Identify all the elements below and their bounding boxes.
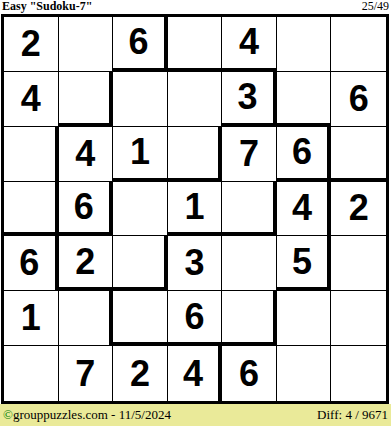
cell-r5c2[interactable]: 2 [59,236,114,291]
cell-r4c1[interactable] [4,182,59,237]
cell-r1c5[interactable]: 4 [222,17,277,72]
cell-r2c5[interactable]: 3 [222,72,277,127]
cell-r7c2[interactable]: 7 [59,346,114,401]
cell-r5c4[interactable]: 3 [168,236,223,291]
cell-r7c6[interactable] [277,346,332,401]
cell-r1c7[interactable] [331,17,386,72]
cell-r3c6[interactable]: 6 [277,127,332,182]
cell-r6c4[interactable]: 6 [168,291,223,346]
cell-r7c4[interactable]: 4 [168,346,223,401]
cell-r7c1[interactable] [4,346,59,401]
cell-r3c4[interactable] [168,127,223,182]
cell-r3c7[interactable] [331,127,386,182]
cell-r6c1[interactable]: 1 [4,291,59,346]
copyright-icon: © [3,407,13,422]
puzzle-counter: 25/49 [362,0,389,13]
cell-r1c1[interactable]: 2 [4,17,59,72]
cell-r4c3[interactable] [113,182,168,237]
cell-r3c3[interactable]: 1 [113,127,168,182]
cell-r4c5[interactable] [222,182,277,237]
cell-r6c3[interactable] [113,291,168,346]
cell-r4c7[interactable]: 2 [331,182,386,237]
puzzle-title: Easy "Sudoku-7" [2,0,92,13]
difficulty-label: Diff: 4 / 9671 [317,407,388,423]
cell-r2c6[interactable] [277,72,332,127]
cell-r6c2[interactable] [59,291,114,346]
cell-r3c5[interactable]: 7 [222,127,277,182]
cell-r1c2[interactable] [59,17,114,72]
cell-r5c1[interactable]: 6 [4,236,59,291]
cell-r5c3[interactable] [113,236,168,291]
footer: ©grouppuzzles.com - 11/5/2024 Diff: 4 / … [0,404,391,426]
cell-r3c1[interactable] [4,127,59,182]
cell-r6c5[interactable] [222,291,277,346]
cell-r7c7[interactable] [331,346,386,401]
sudoku-grid[interactable]: 264436417661426235167246 [1,14,389,404]
copyright-text: ©grouppuzzles.com - 11/5/2024 [3,407,171,423]
cell-r4c2[interactable]: 6 [59,182,114,237]
cell-r5c7[interactable] [331,236,386,291]
cell-r2c1[interactable]: 4 [4,72,59,127]
cell-r2c2[interactable] [59,72,114,127]
cell-r2c3[interactable] [113,72,168,127]
cell-r2c7[interactable]: 6 [331,72,386,127]
cell-r7c5[interactable]: 6 [222,346,277,401]
cell-r1c6[interactable] [277,17,332,72]
cell-r2c4[interactable] [168,72,223,127]
cell-r4c4[interactable]: 1 [168,182,223,237]
cell-r5c5[interactable] [222,236,277,291]
cell-r6c6[interactable] [277,291,332,346]
cell-r1c4[interactable] [168,17,223,72]
header: Easy "Sudoku-7" 25/49 [0,0,391,14]
cell-r6c7[interactable] [331,291,386,346]
cell-r1c3[interactable]: 6 [113,17,168,72]
cell-r5c6[interactable]: 5 [277,236,332,291]
cell-r4c6[interactable]: 4 [277,182,332,237]
cell-r7c3[interactable]: 2 [113,346,168,401]
cell-r3c2[interactable]: 4 [59,127,114,182]
